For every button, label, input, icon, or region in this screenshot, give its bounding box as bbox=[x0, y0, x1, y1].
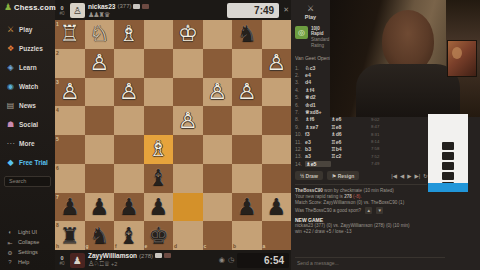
close-icon[interactable]: ✕ bbox=[283, 6, 289, 14]
move-time: 7:52 bbox=[371, 154, 379, 159]
square-b3[interactable]: ♙ bbox=[232, 78, 262, 107]
square-h6[interactable]: 6 bbox=[55, 164, 85, 193]
file-label-d: d bbox=[174, 243, 177, 249]
inset-photo bbox=[447, 40, 477, 77]
white-rook-h1[interactable]: ♖ bbox=[55, 20, 85, 49]
square-h7[interactable]: 7♟ bbox=[55, 193, 85, 222]
top-score-badge: 0 #0 bbox=[57, 5, 67, 16]
white-bishop-f1[interactable]: ♗ bbox=[114, 20, 144, 49]
square-e7[interactable]: ♟ bbox=[144, 193, 174, 222]
light-ui-icon: ◐ bbox=[6, 229, 14, 235]
square-a8[interactable]: a bbox=[262, 221, 292, 250]
square-e8[interactable]: e♚ bbox=[144, 221, 174, 250]
move-time: 8:31 bbox=[371, 132, 379, 137]
file-label-a: a bbox=[263, 243, 266, 249]
square-f3[interactable]: ♙ bbox=[114, 78, 144, 107]
white-pawn-a2[interactable]: ♙ bbox=[262, 49, 292, 78]
file-label-b: b bbox=[233, 243, 236, 249]
square-a3[interactable] bbox=[262, 78, 292, 107]
white-move[interactable]: e4 bbox=[305, 72, 331, 78]
step-back-icon[interactable]: ◀ bbox=[400, 173, 404, 179]
square-h5[interactable]: 5 bbox=[55, 135, 85, 164]
white-bishop-e5[interactable]: ♗ bbox=[144, 135, 174, 164]
top-captured-tray: ♟♟♜♛ bbox=[88, 11, 109, 18]
square-e5[interactable]: ♗ bbox=[144, 135, 174, 164]
chat-panel: TheBossC90 won by checkmate (10 min Rate… bbox=[295, 184, 427, 234]
square-b6[interactable] bbox=[232, 164, 262, 193]
thumbnail-image bbox=[442, 162, 454, 170]
square-h4[interactable]: 4 bbox=[55, 106, 85, 135]
square-a6[interactable] bbox=[262, 164, 292, 193]
rating-odds: win +22 / draw +5 / lose -13 bbox=[295, 229, 427, 235]
top-player-avatar[interactable]: ♙ bbox=[70, 3, 85, 18]
square-a1[interactable] bbox=[262, 20, 292, 49]
top-player-info: nickas23 (377) ♟♟♜♛ bbox=[88, 3, 224, 18]
white-pawn-c3[interactable]: ♙ bbox=[203, 78, 233, 107]
sidebar: ♟ Chess.com ⚔Play❖Puzzles◈Learn◉Watch▤Ne… bbox=[0, 0, 55, 270]
white-move[interactable]: ♕xd8+ bbox=[305, 109, 331, 115]
square-c6[interactable] bbox=[203, 164, 233, 193]
white-pawn-d4[interactable]: ♙ bbox=[173, 106, 203, 135]
black-pawn-b7[interactable]: ♟ bbox=[232, 193, 262, 222]
square-a5[interactable] bbox=[262, 135, 292, 164]
square-d8[interactable]: d bbox=[173, 221, 203, 250]
white-pawn-b3[interactable]: ♙ bbox=[232, 78, 262, 107]
square-g1[interactable]: ♘ bbox=[85, 20, 115, 49]
bottom-player-info: ZayyWilliamson (278) ♙♘♖♕+2 bbox=[88, 252, 216, 268]
square-h2[interactable]: 2 bbox=[55, 49, 85, 78]
watch-icon: ◉ bbox=[6, 82, 15, 91]
square-c8[interactable]: c bbox=[203, 221, 233, 250]
black-knight-g8[interactable]: ♞ bbox=[85, 221, 115, 250]
square-h8[interactable]: 8h♜ bbox=[55, 221, 85, 250]
chess-board[interactable]: 1♖♘♗♔♞2♙♙3♙♙♙♙4♙5♗6♝7♟♟♟♟♟♟8h♜g♞f♝e♚dcba bbox=[55, 20, 291, 250]
thumbnail-image bbox=[442, 172, 454, 180]
square-g8[interactable]: g♞ bbox=[85, 221, 115, 250]
sidebar-bottom: ◐Light UI⇤Collapse⚙Settings?Help bbox=[0, 227, 55, 267]
flag-icon bbox=[142, 4, 149, 9]
collapse-icon: ⇤ bbox=[6, 239, 14, 246]
playback-controls: |◀◀▶▶|↻ bbox=[391, 173, 427, 179]
square-a7[interactable]: ♟ bbox=[262, 193, 292, 222]
square-g2[interactable]: ♙ bbox=[85, 49, 115, 78]
sidebar-item-more[interactable]: ⋯More bbox=[0, 134, 55, 153]
black-move[interactable]: ♖c2 bbox=[331, 153, 357, 159]
sidebar-nav: ⚔Play❖Puzzles◈Learn◉Watch▤News☗Social⋯Mo… bbox=[0, 20, 55, 172]
news-icon: ▤ bbox=[6, 101, 15, 110]
square-f5[interactable] bbox=[114, 135, 144, 164]
bottom-captured-tray: ♙♘♖♕+2 bbox=[88, 260, 117, 268]
move-row-11: 11.e3♖e68:14 bbox=[295, 138, 425, 145]
black-move[interactable]: ♖e8 bbox=[331, 124, 357, 130]
rank-label-2: 2 bbox=[56, 50, 59, 56]
sidebar-item-play[interactable]: ⚔Play bbox=[0, 20, 55, 39]
rank-label-4: 4 bbox=[56, 107, 59, 113]
pawn-logo-icon: ♟ bbox=[4, 3, 12, 12]
swords-icon: ⚔ bbox=[6, 25, 15, 34]
match-score-message: Match Score: ZayyWilliamson (0) vs. TheB… bbox=[295, 200, 427, 206]
square-d4[interactable]: ♙ bbox=[173, 106, 203, 135]
black-pawn-e7[interactable]: ♟ bbox=[144, 193, 174, 222]
square-f8[interactable]: f♝ bbox=[114, 221, 144, 250]
rating-label: Rating bbox=[311, 43, 331, 48]
sidebar-item-light-ui[interactable]: ◐Light UI bbox=[0, 227, 55, 237]
bottom-score-badge: 0 #0 bbox=[57, 255, 67, 266]
settings-icon: ⚙ bbox=[6, 249, 14, 256]
white-move[interactable]: ♘c3 bbox=[305, 65, 331, 71]
move-time: 8:47 bbox=[371, 124, 379, 129]
thumbnail-image bbox=[442, 142, 454, 150]
move-time: 7:58 bbox=[371, 146, 379, 151]
square-f1[interactable]: ♗ bbox=[114, 20, 144, 49]
rapid-time-icon: ◎ bbox=[295, 26, 308, 39]
white-move[interactable]: ♕d2 bbox=[305, 94, 331, 100]
webcam-feed bbox=[330, 0, 480, 117]
white-move[interactable]: d4 bbox=[305, 79, 331, 85]
chesscom-logo[interactable]: ♟ Chess.com bbox=[0, 0, 55, 14]
square-e2[interactable] bbox=[144, 49, 174, 78]
square-f6[interactable] bbox=[114, 164, 144, 193]
white-move[interactable]: ♔d1 bbox=[305, 102, 331, 108]
move-row-12: 12.b3♖b47:58 bbox=[295, 145, 425, 152]
square-a2[interactable]: ♙ bbox=[262, 49, 292, 78]
square-c1[interactable] bbox=[203, 20, 233, 49]
sidebar-item-puzzles[interactable]: ❖Puzzles bbox=[0, 39, 55, 58]
square-e6[interactable]: ♝ bbox=[144, 164, 174, 193]
top-player-clock: 7:49 bbox=[227, 3, 279, 18]
square-f4[interactable] bbox=[114, 106, 144, 135]
overlay-blue-bar[interactable] bbox=[428, 183, 468, 192]
square-f2[interactable] bbox=[114, 49, 144, 78]
flag-icon bbox=[133, 4, 140, 9]
square-d5[interactable] bbox=[173, 135, 203, 164]
bottom-player-bar: 0 #0 ♟ ZayyWilliamson (278) ♙♘♖♕+2 ◉ ◷ 6… bbox=[55, 250, 291, 270]
move-row-13: 13.a3♖c27:52 bbox=[295, 153, 425, 160]
time-control: 10|0 Rapid bbox=[311, 26, 331, 36]
white-move[interactable]: a3 bbox=[305, 153, 331, 159]
square-c5[interactable] bbox=[203, 135, 233, 164]
square-c4[interactable] bbox=[203, 106, 233, 135]
jump-start-icon[interactable]: |◀ bbox=[391, 173, 397, 179]
thumbs-down-icon[interactable]: ▼ bbox=[376, 207, 383, 214]
white-move[interactable]: ♗e5 bbox=[305, 161, 331, 167]
eye-icon[interactable]: ◉ bbox=[219, 256, 225, 264]
black-move[interactable]: ♖b4 bbox=[331, 146, 357, 152]
help-icon: ? bbox=[6, 259, 14, 265]
diamond-icon: ◆ bbox=[6, 158, 15, 167]
game-type: Standard bbox=[311, 37, 331, 42]
rank-label-5: 5 bbox=[56, 136, 59, 142]
square-d2[interactable] bbox=[173, 49, 203, 78]
white-pawn-g2[interactable]: ♙ bbox=[85, 49, 115, 78]
social-icon: ☗ bbox=[6, 120, 15, 129]
sidebar-item-collapse[interactable]: ⇤Collapse bbox=[0, 237, 55, 247]
tab-play[interactable]: ⚔ Play bbox=[291, 0, 330, 20]
black-pawn-f7[interactable]: ♟ bbox=[114, 193, 144, 222]
square-h3[interactable]: 3♙ bbox=[55, 78, 85, 107]
sidebar-item-free-trial[interactable]: ◆Free Trial bbox=[0, 153, 55, 172]
white-knight-g1[interactable]: ♘ bbox=[85, 20, 115, 49]
sidebar-item-social[interactable]: ☗Social bbox=[0, 115, 55, 134]
square-b4[interactable] bbox=[232, 106, 262, 135]
black-bishop-e6[interactable]: ♝ bbox=[144, 164, 174, 193]
square-d1[interactable]: ♔ bbox=[173, 20, 203, 49]
white-move[interactable]: ♗f6 bbox=[305, 116, 331, 122]
black-king-e8[interactable]: ♚ bbox=[144, 221, 174, 250]
more-icon: ⋯ bbox=[6, 139, 15, 148]
game-info: ◎ 10|0 Rapid Standard Rating bbox=[295, 26, 331, 48]
white-move[interactable]: e3 bbox=[305, 139, 331, 145]
move-row-14: 14.♗e57:49 bbox=[295, 160, 425, 167]
square-c3[interactable]: ♙ bbox=[203, 78, 233, 107]
square-b7[interactable]: ♟ bbox=[232, 193, 262, 222]
square-d7[interactable] bbox=[173, 193, 203, 222]
move-row-10: 10.f3♗d68:31 bbox=[295, 131, 425, 138]
square-g7[interactable]: ♟ bbox=[85, 193, 115, 222]
square-e3[interactable] bbox=[144, 78, 174, 107]
white-move[interactable]: ♗xe7 bbox=[305, 124, 331, 130]
resign-button[interactable]: ⚑ Resign bbox=[327, 171, 360, 180]
chess-app-window: ♟ Chess.com ⚔Play❖Puzzles◈Learn◉Watch▤Ne… bbox=[0, 0, 480, 270]
square-e4[interactable] bbox=[144, 106, 174, 135]
black-move[interactable]: ♗e6 bbox=[331, 116, 357, 122]
rank-label-6: 6 bbox=[56, 165, 59, 171]
learn-icon: ◈ bbox=[6, 63, 15, 72]
square-d3[interactable] bbox=[173, 78, 203, 107]
bottom-player-rating: (278) bbox=[139, 253, 153, 259]
good-sport-row: Was TheBossC90 a good sport? ▲ ▼ bbox=[295, 207, 427, 214]
white-move[interactable]: b3 bbox=[305, 146, 331, 152]
sidebar-item-watch[interactable]: ◉Watch bbox=[0, 77, 55, 96]
black-pawn-g7[interactable]: ♟ bbox=[85, 193, 115, 222]
streamer-face bbox=[382, 10, 434, 72]
square-g5[interactable] bbox=[85, 135, 115, 164]
good-sport-question: Was TheBossC90 a good sport? bbox=[295, 208, 361, 214]
square-g6[interactable] bbox=[85, 164, 115, 193]
puzzle-icon: ❖ bbox=[6, 44, 15, 53]
sidebar-item-help[interactable]: ?Help bbox=[0, 257, 55, 267]
logo-text: Chess.com bbox=[14, 3, 56, 12]
move-row-9: 9.♗xe7♖e88:47 bbox=[295, 123, 425, 130]
square-b8[interactable]: b bbox=[232, 221, 262, 250]
overlay-card bbox=[428, 114, 468, 192]
black-pawn-h7[interactable]: ♟ bbox=[55, 193, 85, 222]
chat-message-input[interactable]: Send a message... bbox=[295, 257, 445, 267]
black-pawn-a7[interactable]: ♟ bbox=[262, 193, 292, 222]
square-c7[interactable] bbox=[203, 193, 233, 222]
black-rook-h8[interactable]: ♜ bbox=[55, 221, 85, 250]
search-input[interactable]: Search bbox=[4, 176, 51, 187]
square-b2[interactable] bbox=[232, 49, 262, 78]
material-advantage: +2 bbox=[111, 261, 117, 267]
flag-icon bbox=[155, 253, 162, 258]
move-time: 8:14 bbox=[371, 139, 379, 144]
thumbnail-image bbox=[442, 152, 454, 160]
square-f7[interactable]: ♟ bbox=[114, 193, 144, 222]
sidebar-item-settings[interactable]: ⚙Settings bbox=[0, 247, 55, 257]
square-a4[interactable] bbox=[262, 106, 292, 135]
square-g3[interactable] bbox=[85, 78, 115, 107]
streamer-shoulders bbox=[356, 64, 460, 117]
play-tab-icon: ⚔ bbox=[307, 4, 314, 13]
white-pawn-h3[interactable]: ♙ bbox=[55, 78, 85, 107]
white-pawn-f3[interactable]: ♙ bbox=[114, 78, 144, 107]
bottom-player-clock: 6:54 bbox=[237, 253, 289, 268]
move-time: 7:49 bbox=[371, 161, 379, 166]
top-player-rating: (377) bbox=[117, 3, 131, 9]
square-e1[interactable] bbox=[144, 20, 174, 49]
square-h1[interactable]: 1♖ bbox=[55, 20, 85, 49]
top-player-bar: 0 #0 ♙ nickas23 (377) ♟♟♜♛ 7:49 ✕ bbox=[55, 0, 291, 20]
game-area: 0 #0 ♙ nickas23 (377) ♟♟♜♛ 7:49 ✕ 1♖♘♗♔♞… bbox=[55, 0, 291, 270]
black-move[interactable]: ♖e6 bbox=[331, 139, 357, 145]
white-move[interactable]: ♗f4 bbox=[305, 87, 331, 93]
black-bishop-f8[interactable]: ♝ bbox=[114, 221, 144, 250]
bottom-player-name[interactable]: ZayyWilliamson bbox=[88, 252, 137, 259]
white-king-d1[interactable]: ♔ bbox=[173, 20, 203, 49]
square-c2[interactable] bbox=[203, 49, 233, 78]
clock-icon[interactable]: ◷ bbox=[228, 256, 234, 264]
white-move[interactable]: f3 bbox=[305, 131, 331, 137]
square-d6[interactable] bbox=[173, 164, 203, 193]
move-time: 9:02 bbox=[371, 117, 379, 122]
top-player-name[interactable]: nickas23 bbox=[88, 3, 115, 10]
black-knight-b1[interactable]: ♞ bbox=[232, 20, 262, 49]
square-g4[interactable] bbox=[85, 106, 115, 135]
flag-icon bbox=[164, 253, 171, 258]
square-b1[interactable]: ♞ bbox=[232, 20, 262, 49]
step-forward-icon[interactable]: ▶ bbox=[407, 173, 411, 179]
sidebar-item-learn[interactable]: ◈Learn bbox=[0, 58, 55, 77]
black-move[interactable]: ♗d6 bbox=[331, 131, 357, 137]
bottom-player-avatar[interactable]: ♟ bbox=[70, 253, 85, 268]
sidebar-item-news[interactable]: ▤News bbox=[0, 96, 55, 115]
square-b5[interactable] bbox=[232, 135, 262, 164]
file-label-c: c bbox=[204, 243, 207, 249]
draw-button[interactable]: ½ Draw bbox=[295, 171, 323, 180]
jump-end-icon[interactable]: ▶| bbox=[414, 173, 420, 179]
thumbs-up-icon[interactable]: ▲ bbox=[365, 207, 372, 214]
